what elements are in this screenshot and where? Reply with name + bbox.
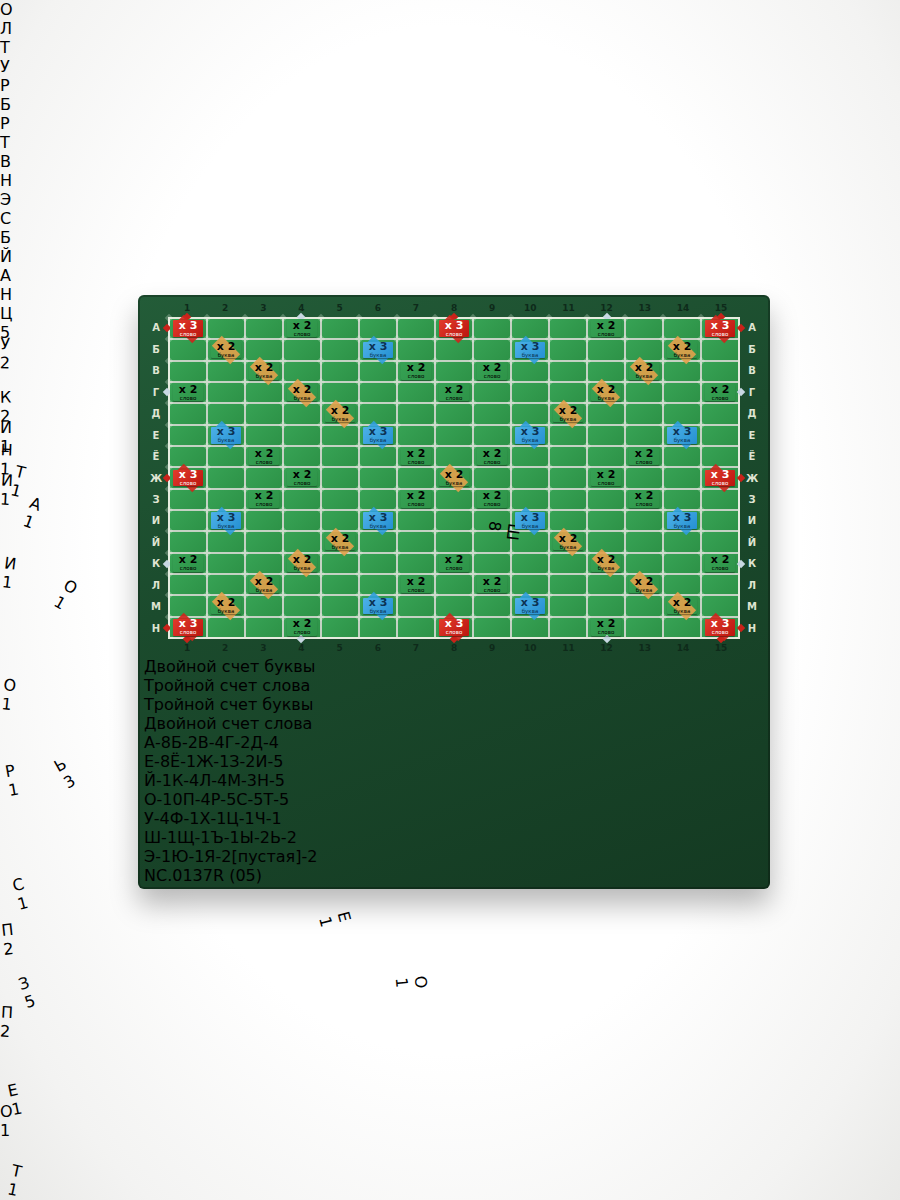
premium-word: буква <box>256 587 273 594</box>
premium-multiplier: х 2 <box>597 554 616 565</box>
row-label-text: М <box>747 601 757 612</box>
premium-square-face: х 3буква <box>211 427 242 444</box>
premium-square-face: х 2буква <box>667 342 698 359</box>
premium-square: х 2буква <box>553 534 584 551</box>
premium-square-face: х 2буква <box>667 598 698 615</box>
board-cell[interactable]: х 3буква <box>360 426 396 445</box>
premium-square: х 2слово <box>401 448 432 465</box>
board-cell[interactable]: х 2слово <box>284 618 320 637</box>
premium-square-face: х 3слово <box>173 619 204 636</box>
premium-multiplier: х 2 <box>483 576 502 587</box>
premium-multiplier: х 3 <box>673 512 692 523</box>
premium-square: х 2буква <box>249 576 280 593</box>
rack-tile-letter: Б <box>0 228 11 247</box>
premium-word: буква <box>218 608 235 615</box>
board-cell[interactable]: х 2слово <box>702 383 738 402</box>
premium-word: слово <box>712 480 729 487</box>
premium-square: х 2слово <box>249 448 280 465</box>
rack-tile[interactable]: Р <box>0 114 900 133</box>
premium-word: буква <box>560 416 577 423</box>
board-cell[interactable] <box>664 554 700 573</box>
board-cell[interactable]: х 2буква <box>322 532 358 551</box>
board-cell[interactable]: х 3буква <box>512 426 548 445</box>
rack-tile-letter: Э <box>0 190 11 209</box>
board-cell[interactable]: х 2буква <box>626 362 662 381</box>
board-cell[interactable]: х 3буква <box>512 340 548 359</box>
rack-tile[interactable]: С <box>0 209 900 228</box>
rack-tile[interactable]: Й <box>0 247 900 266</box>
distribution-entry: С-5 <box>236 790 263 809</box>
premium-square-face: х 2слово <box>591 320 622 337</box>
premium-square: х 3слово <box>439 320 470 337</box>
premium-multiplier: х 3 <box>179 320 198 331</box>
board-cell[interactable]: х 3слово <box>702 468 738 487</box>
premium-square: х 2слово <box>705 555 736 572</box>
premium-square: х 3буква <box>211 512 242 529</box>
premium-multiplier: х 2 <box>293 384 312 395</box>
premium-multiplier: х 2 <box>407 448 426 459</box>
premium-square-face: х 2слово <box>249 448 280 465</box>
premium-square: х 3слово <box>439 619 470 636</box>
premium-square: х 2буква <box>325 406 356 423</box>
distribution-entry: Л-4 <box>199 771 227 790</box>
board-cell[interactable]: х 3буква <box>360 340 396 359</box>
board-cell[interactable]: х 3буква <box>360 596 396 615</box>
premium-square-face: х 3буква <box>363 512 394 529</box>
premium-multiplier: х 2 <box>635 576 654 587</box>
left-rack[interactable]: ОЛТУРБРТ <box>0 0 900 152</box>
premium-square-face: х 2буква <box>591 555 622 572</box>
premium-square-face: х 2слово <box>477 491 508 508</box>
premium-word: слово <box>446 395 463 402</box>
premium-square: х 2буква <box>591 384 622 401</box>
premium-word: слово <box>598 480 615 487</box>
board-cell[interactable]: х 2слово <box>474 362 510 381</box>
board-cell[interactable]: х 2слово <box>588 319 624 338</box>
premium-word: слово <box>446 629 463 636</box>
rack-tile[interactable]: Л <box>0 19 900 38</box>
premium-square-face: х 2слово <box>705 384 736 401</box>
premium-square: х 3буква <box>363 427 394 444</box>
premium-square: х 2слово <box>439 384 470 401</box>
premium-word: слово <box>180 629 197 636</box>
board-cell[interactable]: х 2буква <box>664 340 700 359</box>
board-cell[interactable]: х 3слово <box>436 319 472 338</box>
premium-square: х 2слово <box>249 491 280 508</box>
rack-tile-letter: Т <box>0 38 10 57</box>
premium-square-face: х 2слово <box>401 363 432 380</box>
board-cell[interactable]: х 3слово <box>702 319 738 338</box>
premium-word: слово <box>294 331 311 338</box>
premium-word: слово <box>180 395 197 402</box>
premium-word: буква <box>636 587 653 594</box>
premium-square-face: х 2буква <box>629 576 660 593</box>
premium-multiplier: х 3 <box>369 512 388 523</box>
premium-square-face: х 2слово <box>439 384 470 401</box>
premium-multiplier: х 2 <box>179 384 198 395</box>
board-cell[interactable]: х 2буква <box>626 575 662 594</box>
premium-word: буква <box>218 523 235 530</box>
rack-tile[interactable]: У <box>0 57 900 76</box>
premium-square-face: х 2слово <box>477 363 508 380</box>
premium-square: х 3слово <box>705 320 736 337</box>
board-cell[interactable]: х 2слово <box>588 618 624 637</box>
board-cell[interactable]: х 3буква <box>360 511 396 530</box>
premium-square: х 3слово <box>705 470 736 487</box>
premium-square: х 2слово <box>401 491 432 508</box>
premium-square: х 3буква <box>363 512 394 529</box>
premium-square: х 2буква <box>325 534 356 551</box>
board-cell[interactable]: х 3слово <box>170 468 206 487</box>
premium-square-face: х 2буква <box>591 384 622 401</box>
board-cell[interactable]: х 2слово <box>436 554 472 573</box>
board-cell[interactable]: х 2слово <box>398 447 434 466</box>
row-label-text: К <box>748 558 756 569</box>
premium-word: слово <box>256 501 273 508</box>
premium-multiplier: х 2 <box>255 362 274 373</box>
premium-square: х 2слово <box>591 320 622 337</box>
premium-square: х 2слово <box>477 363 508 380</box>
premium-multiplier: х 3 <box>711 320 730 331</box>
premium-square-face: х 2слово <box>173 384 204 401</box>
board-cell[interactable] <box>702 596 738 615</box>
rack-tile[interactable]: Р <box>0 76 900 95</box>
board-cell[interactable] <box>664 575 700 594</box>
board-cell[interactable]: х 2слово <box>246 447 282 466</box>
premium-word: буква <box>370 437 387 444</box>
board-cell[interactable]: х 2слово <box>474 490 510 509</box>
premium-word: буква <box>332 544 349 551</box>
premium-square-face: х 3буква <box>515 342 546 359</box>
premium-square-face: х 2слово <box>401 576 432 593</box>
premium-square: х 3слово <box>173 619 204 636</box>
board-cell[interactable]: х 2буква <box>588 383 624 402</box>
column-number-text: 2 <box>222 643 228 653</box>
premium-word: буква <box>598 395 615 402</box>
premium-square-face: х 3слово <box>705 320 736 337</box>
board-cell[interactable]: х 2слово <box>246 490 282 509</box>
premium-word: буква <box>370 352 387 359</box>
board-cell[interactable]: х 2слово <box>436 383 472 402</box>
premium-square-face: х 2буква <box>439 470 470 487</box>
premium-multiplier: х 3 <box>369 341 388 352</box>
rack-tile[interactable]: Т <box>0 133 900 152</box>
premium-square-face: х 2слово <box>401 491 432 508</box>
board-cell[interactable]: х 2буква <box>436 468 472 487</box>
board-cell[interactable]: х 2слово <box>170 383 206 402</box>
board-cell[interactable]: х 3слово <box>436 618 472 637</box>
rack-tile-letter: С <box>0 209 11 228</box>
premium-square-face: х 3буква <box>363 342 394 359</box>
premium-square: х 2слово <box>287 320 318 337</box>
premium-square: х 2слово <box>591 470 622 487</box>
premium-word: слово <box>712 629 729 636</box>
premium-square-face: х 2буква <box>249 576 280 593</box>
board-cell[interactable]: х 2буква <box>664 596 700 615</box>
board-cell[interactable]: х 3слово <box>702 618 738 637</box>
rack-tile[interactable]: Б <box>0 95 900 114</box>
premium-multiplier: х 2 <box>179 554 198 565</box>
board-cell[interactable]: х 2буква <box>208 340 244 359</box>
premium-square: х 3буква <box>515 342 546 359</box>
premium-square: х 2слово <box>173 384 204 401</box>
premium-square-face: х 2слово <box>439 555 470 572</box>
distribution-entry: Н-5 <box>257 771 285 790</box>
premium-multiplier: х 2 <box>597 469 616 480</box>
board-cell[interactable]: х 3буква <box>208 426 244 445</box>
board-cell[interactable]: х 2слово <box>474 575 510 594</box>
premium-square: х 3буква <box>363 598 394 615</box>
board-cell[interactable]: х 3буква <box>664 511 700 530</box>
premium-multiplier: х 2 <box>635 448 654 459</box>
board-cell[interactable]: х 2слово <box>284 468 320 487</box>
row-label-text: Л <box>748 580 756 591</box>
premium-multiplier: х 2 <box>635 362 654 373</box>
premium-multiplier: х 2 <box>483 362 502 373</box>
premium-square: х 2слово <box>173 555 204 572</box>
premium-multiplier: х 3 <box>445 618 464 629</box>
premium-word: слово <box>180 480 197 487</box>
premium-square: х 2слово <box>477 448 508 465</box>
board-cell[interactable]: х 3буква <box>512 511 548 530</box>
premium-square-face: х 3слово <box>439 320 470 337</box>
board-cell[interactable]: х 2слово <box>626 490 662 509</box>
premium-multiplier: х 2 <box>331 405 350 416</box>
board-cell[interactable]: х 2слово <box>474 447 510 466</box>
premium-multiplier: х 2 <box>673 597 692 608</box>
premium-square-face: х 2буква <box>211 598 242 615</box>
board-cell[interactable]: х 2слово <box>398 362 434 381</box>
premium-square-face: х 3буква <box>211 512 242 529</box>
premium-word: буква <box>332 416 349 423</box>
premium-multiplier: х 3 <box>673 426 692 437</box>
premium-square-face: х 2буква <box>249 363 280 380</box>
premium-square-face: х 3слово <box>439 619 470 636</box>
board-cell[interactable]: х 2буква <box>208 596 244 615</box>
rack-tile-letter: Л <box>0 19 12 38</box>
board-cell[interactable]: х 3слово <box>170 618 206 637</box>
premium-square: х 2буква <box>629 576 660 593</box>
premium-word: буква <box>522 523 539 530</box>
board-cell[interactable]: х 2буква <box>550 532 586 551</box>
premium-square-face: х 2буква <box>211 342 242 359</box>
board-cell[interactable]: х 3буква <box>512 596 548 615</box>
board-cell[interactable]: х 3буква <box>664 426 700 445</box>
premium-word: слово <box>712 331 729 338</box>
board-cell[interactable]: х 2буква <box>246 575 282 594</box>
premium-square-face: х 2слово <box>401 448 432 465</box>
premium-square-face: х 2слово <box>591 470 622 487</box>
rack-tile[interactable]: Н <box>0 171 900 190</box>
premium-square: х 3буква <box>667 512 698 529</box>
premium-square-face: х 2слово <box>287 470 318 487</box>
premium-word: слово <box>484 373 501 380</box>
premium-word: буква <box>674 437 691 444</box>
premium-multiplier: х 2 <box>293 554 312 565</box>
board-cell[interactable]: х 2буква <box>550 404 586 423</box>
premium-square: х 3буква <box>515 598 546 615</box>
premium-multiplier: х 3 <box>521 341 540 352</box>
premium-multiplier: х 2 <box>407 362 426 373</box>
premium-word: слово <box>598 629 615 636</box>
rack-tile[interactable]: Б <box>0 228 900 247</box>
board-cell[interactable]: х 2буква <box>322 404 358 423</box>
premium-word: слово <box>598 331 615 338</box>
premium-square-face: х 3слово <box>173 320 204 337</box>
premium-multiplier: х 2 <box>217 597 236 608</box>
premium-square: х 2слово <box>705 384 736 401</box>
premium-multiplier: х 2 <box>293 320 312 331</box>
premium-multiplier: х 3 <box>711 618 730 629</box>
premium-word: буква <box>370 608 387 615</box>
board-cell[interactable]: х 2буква <box>284 383 320 402</box>
premium-square: х 3буква <box>515 427 546 444</box>
premium-word: слово <box>294 629 311 636</box>
premium-square: х 2слово <box>439 555 470 572</box>
premium-multiplier: х 2 <box>445 554 464 565</box>
premium-square-face: х 2буква <box>287 555 318 572</box>
premium-square-face: х 3буква <box>667 427 698 444</box>
premium-square-face: х 2слово <box>629 491 660 508</box>
distribution-entry: П-4 <box>183 790 211 809</box>
premium-square: х 2буква <box>249 363 280 380</box>
board-cell[interactable]: х 2слово <box>170 554 206 573</box>
distribution-entry: О-10 <box>144 790 183 809</box>
premium-square: х 2буква <box>667 598 698 615</box>
rack-tile-letter: Т <box>0 133 10 152</box>
row-label: М <box>740 596 764 617</box>
rack-tile[interactable]: Э <box>0 190 900 209</box>
premium-multiplier: х 3 <box>217 512 236 523</box>
rack-tile[interactable]: В <box>0 152 900 171</box>
premium-square-face: х 2слово <box>287 320 318 337</box>
premium-square: х 2слово <box>629 448 660 465</box>
board-cell[interactable]: х 2слово <box>626 447 662 466</box>
board-cell[interactable] <box>702 575 738 594</box>
premium-square-face: х 3слово <box>705 470 736 487</box>
rack-tile-letter: Н <box>0 285 12 304</box>
board-cell[interactable]: х 3слово <box>170 319 206 338</box>
board-cell[interactable]: х 2буква <box>284 554 320 573</box>
distribution-entry: К-4 <box>172 771 199 790</box>
premium-square: х 3слово <box>173 470 204 487</box>
premium-multiplier: х 2 <box>483 490 502 501</box>
premium-square-face: х 3слово <box>705 619 736 636</box>
premium-square: х 2слово <box>401 576 432 593</box>
premium-square: х 3буква <box>667 427 698 444</box>
premium-square-face: х 2буква <box>553 406 584 423</box>
rack-tile-letter: О <box>0 0 13 19</box>
premium-multiplier: х 2 <box>711 554 730 565</box>
premium-square-face: х 3буква <box>363 427 394 444</box>
rack-tile-letter: Б <box>0 95 11 114</box>
rack-tile-letter: Р <box>0 76 10 95</box>
premium-word: буква <box>218 352 235 359</box>
premium-multiplier: х 2 <box>597 618 616 629</box>
premium-square: х 2буква <box>629 363 660 380</box>
board-cell[interactable] <box>626 554 662 573</box>
premium-multiplier: х 2 <box>559 533 578 544</box>
premium-multiplier: х 3 <box>711 469 730 480</box>
premium-word: слово <box>712 565 729 572</box>
premium-word: слово <box>712 395 729 402</box>
board-cell[interactable] <box>208 618 244 637</box>
premium-word: буква <box>294 565 311 572</box>
row-label: К <box>740 553 764 574</box>
premium-multiplier: х 2 <box>255 490 274 501</box>
premium-square-face: х 3буква <box>515 598 546 615</box>
board-cell[interactable]: х 2слово <box>398 490 434 509</box>
premium-square-face: х 2слово <box>629 448 660 465</box>
premium-multiplier: х 2 <box>597 384 616 395</box>
board-cell[interactable] <box>588 575 624 594</box>
rack-tile-letter: У <box>0 57 10 76</box>
rack-tile[interactable]: Т <box>0 38 900 57</box>
rack-tile[interactable]: О <box>0 0 900 19</box>
premium-square-face: х 3буква <box>363 598 394 615</box>
premium-square: х 3слово <box>173 320 204 337</box>
board-cell[interactable]: х 2слово <box>284 319 320 338</box>
premium-square: х 3слово <box>705 619 736 636</box>
premium-square: х 2слово <box>287 470 318 487</box>
premium-word: слово <box>446 565 463 572</box>
premium-word: слово <box>484 587 501 594</box>
premium-multiplier: х 2 <box>407 576 426 587</box>
premium-square: х 2слово <box>591 619 622 636</box>
board-cell[interactable]: х 3буква <box>208 511 244 530</box>
rack-tile-letter: И <box>0 418 900 437</box>
premium-square: х 2слово <box>477 491 508 508</box>
board-cell[interactable] <box>626 596 662 615</box>
board-cell[interactable]: х 2слово <box>588 468 624 487</box>
premium-word: слово <box>484 459 501 466</box>
premium-multiplier: х 2 <box>217 341 236 352</box>
rack-tile-letter: Й <box>0 247 12 266</box>
distribution-entry: У-4 <box>144 809 170 828</box>
premium-multiplier: х 3 <box>369 426 388 437</box>
rack-tile[interactable]: А <box>0 266 900 285</box>
premium-multiplier: х 3 <box>521 597 540 608</box>
photo-backdrop: 123456789101112131415 АБВГДЕЁЖЗИЙКЛМН х … <box>0 0 900 1200</box>
right-rack[interactable]: ВНЭСБЙАН <box>0 152 900 304</box>
board-cell[interactable]: х 2слово <box>702 554 738 573</box>
rack-tile-letter: В <box>0 152 11 171</box>
premium-square: х 3буква <box>211 427 242 444</box>
premium-multiplier: х 2 <box>711 384 730 395</box>
premium-multiplier: х 2 <box>559 405 578 416</box>
premium-square-face: х 2буква <box>287 384 318 401</box>
row-label: Л <box>740 575 764 596</box>
premium-square: х 2буква <box>287 384 318 401</box>
premium-word: слово <box>256 459 273 466</box>
premium-multiplier: х 3 <box>179 618 198 629</box>
premium-square: х 2буква <box>591 555 622 572</box>
premium-square-face: х 2слово <box>173 555 204 572</box>
premium-word: буква <box>674 523 691 530</box>
premium-square-face: х 3буква <box>667 512 698 529</box>
premium-word: слово <box>446 331 463 338</box>
board-cell[interactable]: х 2слово <box>398 575 434 594</box>
rack-tile-letter: Р <box>0 114 10 133</box>
premium-multiplier: х 2 <box>407 490 426 501</box>
premium-multiplier: х 3 <box>521 426 540 437</box>
board-cell[interactable]: х 2буква <box>246 362 282 381</box>
premium-multiplier: х 3 <box>217 426 236 437</box>
board-cell[interactable]: х 2буква <box>588 554 624 573</box>
premium-square: х 2буква <box>667 342 698 359</box>
premium-word: слово <box>636 459 653 466</box>
premium-word: буква <box>636 373 653 380</box>
